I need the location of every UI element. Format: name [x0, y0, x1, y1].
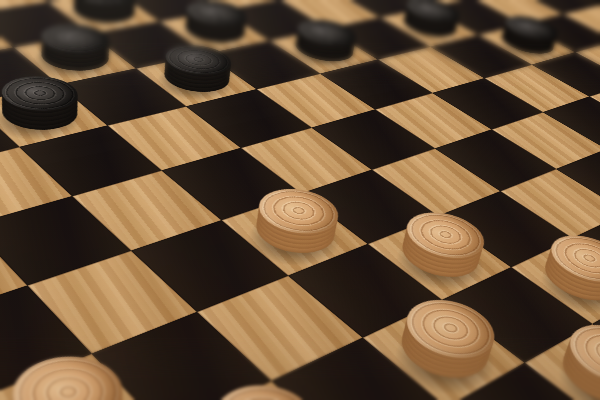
checkers-board-photo	[0, 0, 600, 400]
checker-piece-black[interactable]	[151, 60, 241, 99]
board	[0, 0, 600, 400]
checker-piece-black[interactable]	[29, 40, 121, 78]
